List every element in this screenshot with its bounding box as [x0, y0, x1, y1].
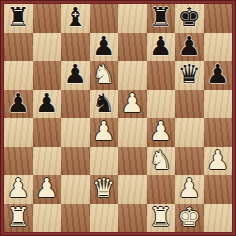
- black-rook-f8: ♜: [149, 4, 172, 31]
- square-h1[interactable]: [204, 204, 233, 233]
- square-h2[interactable]: [204, 175, 233, 204]
- square-b1[interactable]: [33, 204, 62, 233]
- black-pawn-g7: ♟: [178, 33, 201, 60]
- square-h4[interactable]: [204, 118, 233, 147]
- black-pawn-d7: ♟: [92, 33, 115, 60]
- square-f3[interactable]: ♞: [147, 147, 176, 176]
- square-h5[interactable]: [204, 90, 233, 119]
- square-b7[interactable]: [33, 33, 62, 62]
- square-e8[interactable]: [118, 4, 147, 33]
- white-queen-d2: ♛: [92, 175, 115, 202]
- white-rook-f1: ♜: [149, 204, 172, 231]
- square-g4[interactable]: [175, 118, 204, 147]
- square-e2[interactable]: [118, 175, 147, 204]
- square-e6[interactable]: [118, 61, 147, 90]
- square-f4[interactable]: ♟: [147, 118, 176, 147]
- square-g7[interactable]: ♟: [175, 33, 204, 62]
- square-c4[interactable]: [61, 118, 90, 147]
- black-pawn-a5: ♟: [7, 90, 30, 117]
- square-d3[interactable]: [90, 147, 119, 176]
- black-pawn-b5: ♟: [35, 90, 58, 117]
- square-g8[interactable]: ♚: [175, 4, 204, 33]
- square-h7[interactable]: [204, 33, 233, 62]
- square-d5[interactable]: ♞: [90, 90, 119, 119]
- white-knight-d6: ♞: [92, 61, 115, 88]
- square-b6[interactable]: [33, 61, 62, 90]
- square-a2[interactable]: ♟: [4, 175, 33, 204]
- black-rook-a8: ♜: [7, 4, 30, 31]
- square-h3[interactable]: ♟: [204, 147, 233, 176]
- square-f6[interactable]: [147, 61, 176, 90]
- square-b2[interactable]: ♟: [33, 175, 62, 204]
- square-f5[interactable]: [147, 90, 176, 119]
- board-frame: ♜♝♜♚♟♟♟♟♞♛♟♟♟♞♟♟♟♞♟♟♟♛♟♜♜♚: [0, 0, 236, 236]
- white-knight-f3: ♞: [149, 147, 172, 174]
- square-a8[interactable]: ♜: [4, 4, 33, 33]
- black-pawn-f7: ♟: [149, 33, 172, 60]
- square-b5[interactable]: ♟: [33, 90, 62, 119]
- square-f1[interactable]: ♜: [147, 204, 176, 233]
- square-g2[interactable]: ♟: [175, 175, 204, 204]
- square-b3[interactable]: [33, 147, 62, 176]
- chess-board: ♜♝♜♚♟♟♟♟♞♛♟♟♟♞♟♟♟♞♟♟♟♛♟♜♜♚: [4, 4, 232, 232]
- square-h6[interactable]: ♟: [204, 61, 233, 90]
- square-c7[interactable]: [61, 33, 90, 62]
- square-e1[interactable]: [118, 204, 147, 233]
- square-h8[interactable]: [204, 4, 233, 33]
- square-e5[interactable]: ♟: [118, 90, 147, 119]
- white-rook-a1: ♜: [7, 204, 30, 231]
- square-d4[interactable]: ♟: [90, 118, 119, 147]
- square-c8[interactable]: ♝: [61, 4, 90, 33]
- square-g1[interactable]: ♚: [175, 204, 204, 233]
- square-f2[interactable]: [147, 175, 176, 204]
- square-e3[interactable]: [118, 147, 147, 176]
- white-pawn-e5: ♟: [121, 90, 144, 117]
- square-f8[interactable]: ♜: [147, 4, 176, 33]
- white-pawn-f4: ♟: [149, 118, 172, 145]
- black-pawn-c6: ♟: [64, 61, 87, 88]
- square-a1[interactable]: ♜: [4, 204, 33, 233]
- square-a5[interactable]: ♟: [4, 90, 33, 119]
- square-a3[interactable]: [4, 147, 33, 176]
- white-pawn-a2: ♟: [7, 175, 30, 202]
- square-d2[interactable]: ♛: [90, 175, 119, 204]
- square-a6[interactable]: [4, 61, 33, 90]
- black-king-g8: ♚: [178, 4, 201, 31]
- square-c1[interactable]: [61, 204, 90, 233]
- square-f7[interactable]: ♟: [147, 33, 176, 62]
- square-c6[interactable]: ♟: [61, 61, 90, 90]
- square-e4[interactable]: [118, 118, 147, 147]
- square-g5[interactable]: [175, 90, 204, 119]
- black-bishop-c8: ♝: [64, 4, 87, 31]
- white-king-g1: ♚: [178, 204, 201, 231]
- white-pawn-b2: ♟: [35, 175, 58, 202]
- square-c5[interactable]: [61, 90, 90, 119]
- square-d6[interactable]: ♞: [90, 61, 119, 90]
- black-knight-d5: ♞: [92, 90, 115, 117]
- square-d8[interactable]: [90, 4, 119, 33]
- black-queen-g6: ♛: [178, 61, 201, 88]
- square-e7[interactable]: [118, 33, 147, 62]
- square-c3[interactable]: [61, 147, 90, 176]
- white-pawn-g2: ♟: [178, 175, 201, 202]
- square-b4[interactable]: [33, 118, 62, 147]
- square-g6[interactable]: ♛: [175, 61, 204, 90]
- white-pawn-h3: ♟: [206, 147, 229, 174]
- square-d1[interactable]: [90, 204, 119, 233]
- square-a4[interactable]: [4, 118, 33, 147]
- white-pawn-d4: ♟: [92, 118, 115, 145]
- square-b8[interactable]: [33, 4, 62, 33]
- square-a7[interactable]: [4, 33, 33, 62]
- black-pawn-h6: ♟: [206, 61, 229, 88]
- square-d7[interactable]: ♟: [90, 33, 119, 62]
- square-c2[interactable]: [61, 175, 90, 204]
- square-g3[interactable]: [175, 147, 204, 176]
